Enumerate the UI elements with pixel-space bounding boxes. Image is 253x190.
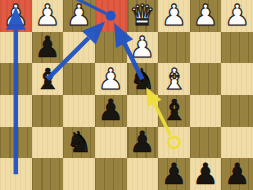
square-a5[interactable]: [221, 95, 253, 127]
white-pawn: ♟: [158, 0, 190, 32]
square-g6[interactable]: [32, 127, 64, 159]
square-b6[interactable]: [190, 127, 222, 159]
square-g3[interactable]: ♟: [32, 32, 64, 64]
black-knight: ♞: [63, 127, 95, 159]
black-bishop: ♝: [158, 95, 190, 127]
chess-app-view: ♟♟♟♛♟♟♟♟♟♝♟♞♝♟♝♞♟♟♟♟: [0, 0, 253, 190]
square-a3[interactable]: [221, 32, 253, 64]
square-g5[interactable]: [32, 95, 64, 127]
white-pawn: ♟: [190, 0, 222, 32]
square-c4[interactable]: ♝: [158, 63, 190, 95]
square-c3[interactable]: [158, 32, 190, 64]
square-c6[interactable]: [158, 127, 190, 159]
square-f6[interactable]: ♞: [63, 127, 95, 159]
square-d7[interactable]: [127, 158, 159, 190]
black-pawn: ♟: [158, 158, 190, 190]
black-pawn: ♟: [95, 95, 127, 127]
chess-board: ♟♟♟♛♟♟♟♟♟♝♟♞♝♟♝♞♟♟♟♟: [0, 0, 253, 190]
square-h7[interactable]: [0, 158, 32, 190]
square-e3[interactable]: [95, 32, 127, 64]
square-h6[interactable]: [0, 127, 32, 159]
square-d4[interactable]: ♞: [127, 63, 159, 95]
square-a6[interactable]: [221, 127, 253, 159]
square-f2[interactable]: ♟: [63, 0, 95, 32]
white-pawn: ♟: [32, 0, 64, 32]
square-c7[interactable]: ♟: [158, 158, 190, 190]
square-g7[interactable]: [32, 158, 64, 190]
black-pawn: ♟: [190, 158, 222, 190]
square-b5[interactable]: [190, 95, 222, 127]
square-h4[interactable]: [0, 63, 32, 95]
square-d6[interactable]: ♟: [127, 127, 159, 159]
black-pawn: ♟: [221, 158, 253, 190]
square-h2[interactable]: ♟: [0, 0, 32, 32]
square-b3[interactable]: [190, 32, 222, 64]
square-d2[interactable]: ♛: [127, 0, 159, 32]
square-f3[interactable]: [63, 32, 95, 64]
square-e7[interactable]: [95, 158, 127, 190]
square-e2[interactable]: [95, 0, 127, 32]
square-a2[interactable]: ♟: [221, 0, 253, 32]
square-f7[interactable]: [63, 158, 95, 190]
white-pawn: ♟: [221, 0, 253, 32]
black-pawn: ♟: [32, 32, 64, 64]
square-d3[interactable]: ♟: [127, 32, 159, 64]
square-h5[interactable]: [0, 95, 32, 127]
white-pawn: ♟: [127, 32, 159, 64]
square-d5[interactable]: [127, 95, 159, 127]
square-f4[interactable]: [63, 63, 95, 95]
square-h3[interactable]: [0, 32, 32, 64]
square-a7[interactable]: ♟: [221, 158, 253, 190]
white-pawn: ♟: [0, 0, 32, 32]
square-b4[interactable]: [190, 63, 222, 95]
square-e5[interactable]: ♟: [95, 95, 127, 127]
square-c2[interactable]: ♟: [158, 0, 190, 32]
square-g2[interactable]: ♟: [32, 0, 64, 32]
black-bishop: ♝: [32, 63, 64, 95]
square-e4[interactable]: ♟: [95, 63, 127, 95]
square-f5[interactable]: [63, 95, 95, 127]
white-bishop: ♝: [158, 63, 190, 95]
square-g4[interactable]: ♝: [32, 63, 64, 95]
black-knight: ♞: [127, 63, 159, 95]
white-pawn: ♟: [63, 0, 95, 32]
square-b2[interactable]: ♟: [190, 0, 222, 32]
black-pawn: ♟: [127, 127, 159, 159]
white-queen: ♛: [127, 0, 159, 32]
square-a4[interactable]: [221, 63, 253, 95]
square-b7[interactable]: ♟: [190, 158, 222, 190]
square-c5[interactable]: ♝: [158, 95, 190, 127]
square-e6[interactable]: [95, 127, 127, 159]
white-pawn: ♟: [95, 63, 127, 95]
